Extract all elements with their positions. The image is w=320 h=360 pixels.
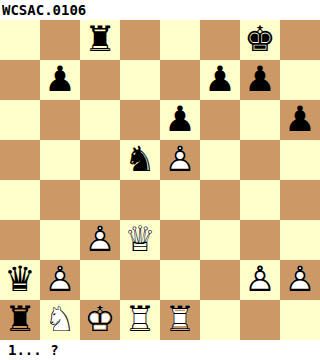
piece-white-rook-fill: ♜ <box>160 300 200 340</box>
piece-black-knight: ♞ <box>120 140 160 180</box>
square-e2[interactable] <box>160 260 200 300</box>
square-c2[interactable] <box>80 260 120 300</box>
square-a3[interactable] <box>0 220 40 260</box>
piece-white-pawn-fill: ♟ <box>160 140 200 180</box>
square-a5[interactable] <box>0 140 40 180</box>
piece-white-pawn: ♙ <box>160 140 200 180</box>
square-c8[interactable]: ♜ <box>80 20 120 60</box>
piece-white-pawn-fill: ♟ <box>80 220 120 260</box>
square-b8[interactable] <box>40 20 80 60</box>
piece-white-pawn: ♙ <box>240 260 280 300</box>
square-e6[interactable]: ♟ <box>160 100 200 140</box>
square-h3[interactable] <box>280 220 320 260</box>
square-d4[interactable] <box>120 180 160 220</box>
piece-black-rook: ♜ <box>80 20 120 60</box>
status-bar: 1... ? <box>0 340 320 360</box>
square-f2[interactable] <box>200 260 240 300</box>
square-f8[interactable] <box>200 20 240 60</box>
square-d1[interactable]: ♜♖ <box>120 300 160 340</box>
square-e5[interactable]: ♟♙ <box>160 140 200 180</box>
square-g8[interactable]: ♚ <box>240 20 280 60</box>
square-f7[interactable]: ♟ <box>200 60 240 100</box>
square-g2[interactable]: ♟♙ <box>240 260 280 300</box>
square-g7[interactable]: ♟ <box>240 60 280 100</box>
piece-black-pawn: ♟ <box>40 60 80 100</box>
square-g6[interactable] <box>240 100 280 140</box>
piece-white-queen-fill: ♛ <box>120 220 160 260</box>
piece-white-queen: ♕ <box>120 220 160 260</box>
square-c6[interactable] <box>80 100 120 140</box>
piece-black-king: ♚ <box>240 20 280 60</box>
piece-white-king-fill: ♚ <box>80 300 120 340</box>
piece-white-rook-fill: ♜ <box>120 300 160 340</box>
piece-black-pawn: ♟ <box>160 100 200 140</box>
square-c5[interactable] <box>80 140 120 180</box>
piece-white-pawn: ♙ <box>280 260 320 300</box>
square-d5[interactable]: ♞ <box>120 140 160 180</box>
square-d3[interactable]: ♛♕ <box>120 220 160 260</box>
square-b5[interactable] <box>40 140 80 180</box>
square-b2[interactable]: ♟♙ <box>40 260 80 300</box>
piece-white-rook: ♖ <box>120 300 160 340</box>
piece-white-pawn-fill: ♟ <box>40 260 80 300</box>
piece-white-knight-fill: ♞ <box>40 300 80 340</box>
square-d6[interactable] <box>120 100 160 140</box>
chess-board: ♜♚♟♟♟♟♟♞♟♙♟♙♛♕♛♟♙♟♙♟♙♜♞♘♚♔♜♖♜♖ <box>0 20 320 340</box>
piece-white-pawn-fill: ♟ <box>240 260 280 300</box>
square-b1[interactable]: ♞♘ <box>40 300 80 340</box>
square-c4[interactable] <box>80 180 120 220</box>
square-e7[interactable] <box>160 60 200 100</box>
square-a6[interactable] <box>0 100 40 140</box>
square-d8[interactable] <box>120 20 160 60</box>
square-a7[interactable] <box>0 60 40 100</box>
square-a4[interactable] <box>0 180 40 220</box>
square-g5[interactable] <box>240 140 280 180</box>
piece-white-king: ♔ <box>80 300 120 340</box>
square-f5[interactable] <box>200 140 240 180</box>
title-bar: WCSAC.0106 <box>0 0 320 20</box>
square-a1[interactable]: ♜ <box>0 300 40 340</box>
square-e1[interactable]: ♜♖ <box>160 300 200 340</box>
square-h2[interactable]: ♟♙ <box>280 260 320 300</box>
square-h6[interactable]: ♟ <box>280 100 320 140</box>
puzzle-title: WCSAC.0106 <box>2 2 86 18</box>
piece-white-rook: ♖ <box>160 300 200 340</box>
piece-black-pawn: ♟ <box>280 100 320 140</box>
move-prompt: 1... ? <box>8 342 59 358</box>
square-h7[interactable] <box>280 60 320 100</box>
square-b7[interactable]: ♟ <box>40 60 80 100</box>
square-f6[interactable] <box>200 100 240 140</box>
square-g4[interactable] <box>240 180 280 220</box>
square-a8[interactable] <box>0 20 40 60</box>
square-c3[interactable]: ♟♙ <box>80 220 120 260</box>
square-c7[interactable] <box>80 60 120 100</box>
piece-black-queen: ♛ <box>0 260 40 300</box>
square-e4[interactable] <box>160 180 200 220</box>
square-f3[interactable] <box>200 220 240 260</box>
square-b6[interactable] <box>40 100 80 140</box>
square-b4[interactable] <box>40 180 80 220</box>
square-g1[interactable] <box>240 300 280 340</box>
square-f4[interactable] <box>200 180 240 220</box>
square-e8[interactable] <box>160 20 200 60</box>
chess-app-window: WCSAC.0106 ♜♚♟♟♟♟♟♞♟♙♟♙♛♕♛♟♙♟♙♟♙♜♞♘♚♔♜♖♜… <box>0 0 320 360</box>
square-e3[interactable] <box>160 220 200 260</box>
square-g3[interactable] <box>240 220 280 260</box>
square-f1[interactable] <box>200 300 240 340</box>
square-c1[interactable]: ♚♔ <box>80 300 120 340</box>
square-d2[interactable] <box>120 260 160 300</box>
piece-white-knight: ♘ <box>40 300 80 340</box>
square-h8[interactable] <box>280 20 320 60</box>
piece-black-pawn: ♟ <box>200 60 240 100</box>
piece-black-pawn: ♟ <box>240 60 280 100</box>
square-h1[interactable] <box>280 300 320 340</box>
piece-black-rook: ♜ <box>0 300 40 340</box>
square-h5[interactable] <box>280 140 320 180</box>
square-b3[interactable] <box>40 220 80 260</box>
square-a2[interactable]: ♛ <box>0 260 40 300</box>
piece-white-pawn-fill: ♟ <box>280 260 320 300</box>
piece-white-pawn: ♙ <box>40 260 80 300</box>
square-h4[interactable] <box>280 180 320 220</box>
piece-white-pawn: ♙ <box>80 220 120 260</box>
square-d7[interactable] <box>120 60 160 100</box>
